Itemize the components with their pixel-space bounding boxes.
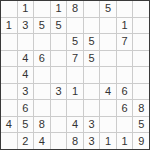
sudoku-cell-r3c2[interactable] bbox=[18, 34, 34, 50]
sudoku-cell-r7c3[interactable] bbox=[34, 100, 50, 116]
sudoku-cell-r1c5[interactable]: 8 bbox=[67, 1, 83, 17]
sudoku-cell-r2c9[interactable] bbox=[133, 18, 149, 34]
sudoku-cell-r7c9[interactable]: 8 bbox=[133, 100, 149, 116]
sudoku-cell-r7c1[interactable] bbox=[1, 100, 17, 116]
sudoku-cell-r1c4[interactable]: 1 bbox=[51, 1, 67, 17]
sudoku-cell-r3c5[interactable]: 5 bbox=[67, 34, 83, 50]
sudoku-cell-r4c7[interactable] bbox=[100, 51, 116, 67]
sudoku-cell-r4c6[interactable]: 5 bbox=[84, 51, 100, 67]
sudoku-cell-r5c3[interactable] bbox=[34, 67, 50, 83]
sudoku-cell-r9c2[interactable]: 2 bbox=[18, 133, 34, 149]
sudoku-cell-r9c8[interactable]: 1 bbox=[117, 133, 133, 149]
sudoku-cell-r6c9[interactable] bbox=[133, 84, 149, 100]
sudoku-cell-r8c8[interactable] bbox=[117, 117, 133, 133]
sudoku-cell-r3c8[interactable]: 7 bbox=[117, 34, 133, 50]
sudoku-cell-r9c9[interactable]: 9 bbox=[133, 133, 149, 149]
sudoku-cell-r6c6[interactable] bbox=[84, 84, 100, 100]
sudoku-cell-r9c7[interactable]: 1 bbox=[100, 133, 116, 149]
sudoku-cell-r1c3[interactable] bbox=[34, 1, 50, 17]
sudoku-cell-r5c6[interactable] bbox=[84, 67, 100, 83]
sudoku-cell-r1c8[interactable] bbox=[117, 1, 133, 17]
sudoku-cell-r8c9[interactable]: 5 bbox=[133, 117, 149, 133]
sudoku-cell-r4c4[interactable] bbox=[51, 51, 67, 67]
sudoku-cell-r5c7[interactable] bbox=[100, 67, 116, 83]
sudoku-cell-r4c3[interactable]: 6 bbox=[34, 51, 50, 67]
sudoku-cell-r8c4[interactable] bbox=[51, 117, 67, 133]
sudoku-cell-r5c1[interactable] bbox=[1, 67, 17, 83]
sudoku-cell-r5c9[interactable] bbox=[133, 67, 149, 83]
sudoku-cell-r8c7[interactable] bbox=[100, 117, 116, 133]
sudoku-cell-r8c2[interactable]: 5 bbox=[18, 117, 34, 133]
sudoku-cell-r1c9[interactable] bbox=[133, 1, 149, 17]
sudoku-cell-r3c7[interactable] bbox=[100, 34, 116, 50]
sudoku-cell-r4c9[interactable] bbox=[133, 51, 149, 67]
sudoku-cell-r2c6[interactable] bbox=[84, 18, 100, 34]
sudoku-cell-r9c4[interactable] bbox=[51, 133, 67, 149]
sudoku-cell-r1c7[interactable]: 5 bbox=[100, 1, 116, 17]
sudoku-cell-r9c3[interactable]: 4 bbox=[34, 133, 50, 149]
sudoku-cell-r2c2[interactable]: 3 bbox=[18, 18, 34, 34]
sudoku-cell-r2c4[interactable]: 5 bbox=[51, 18, 67, 34]
sudoku-cell-r9c5[interactable]: 8 bbox=[67, 133, 83, 149]
sudoku-cell-r6c5[interactable]: 1 bbox=[67, 84, 83, 100]
sudoku-cell-r5c4[interactable] bbox=[51, 67, 67, 83]
sudoku-cell-r4c8[interactable] bbox=[117, 51, 133, 67]
sudoku-cell-r7c4[interactable] bbox=[51, 100, 67, 116]
sudoku-cell-r6c2[interactable]: 3 bbox=[18, 84, 34, 100]
sudoku-cell-r5c8[interactable] bbox=[117, 67, 133, 83]
sudoku-cell-r4c1[interactable] bbox=[1, 51, 17, 67]
sudoku-cell-r3c9[interactable] bbox=[133, 34, 149, 50]
sudoku-cell-r1c1[interactable] bbox=[1, 1, 17, 17]
sudoku-cell-r3c4[interactable] bbox=[51, 34, 67, 50]
sudoku-cell-r6c4[interactable]: 3 bbox=[51, 84, 67, 100]
sudoku-cell-r2c1[interactable]: 1 bbox=[1, 18, 17, 34]
sudoku-cell-r2c7[interactable] bbox=[100, 18, 116, 34]
sudoku-cell-r9c6[interactable]: 3 bbox=[84, 133, 100, 149]
sudoku-cell-r2c8[interactable]: 1 bbox=[117, 18, 133, 34]
sudoku-cell-r1c2[interactable]: 1 bbox=[18, 1, 34, 17]
sudoku-cell-r8c5[interactable]: 4 bbox=[67, 117, 83, 133]
sudoku-cell-r4c2[interactable]: 4 bbox=[18, 51, 34, 67]
sudoku-cell-r8c3[interactable]: 8 bbox=[34, 117, 50, 133]
sudoku-cell-r7c5[interactable] bbox=[67, 100, 83, 116]
sudoku-cell-r6c8[interactable]: 6 bbox=[117, 84, 133, 100]
sudoku-cell-r2c5[interactable] bbox=[67, 18, 83, 34]
sudoku-cell-r4c5[interactable]: 7 bbox=[67, 51, 83, 67]
sudoku-cell-r7c2[interactable]: 6 bbox=[18, 100, 34, 116]
sudoku-cell-r8c1[interactable]: 4 bbox=[1, 117, 17, 133]
sudoku-cell-r9c1[interactable] bbox=[1, 133, 17, 149]
sudoku-cell-r6c1[interactable] bbox=[1, 84, 17, 100]
sudoku-cell-r3c3[interactable] bbox=[34, 34, 50, 50]
sudoku-cell-r3c6[interactable]: 5 bbox=[84, 34, 100, 50]
sudoku-cell-r5c5[interactable] bbox=[67, 67, 83, 83]
sudoku-cell-r2c3[interactable]: 5 bbox=[34, 18, 50, 34]
sudoku-cell-r6c7[interactable]: 4 bbox=[100, 84, 116, 100]
sudoku-cell-r6c3[interactable] bbox=[34, 84, 50, 100]
sudoku-cell-r7c6[interactable] bbox=[84, 100, 100, 116]
sudoku-board: 11851355155746754331466684584352483119 bbox=[0, 0, 150, 150]
sudoku-cell-r8c6[interactable]: 3 bbox=[84, 117, 100, 133]
sudoku-cell-r5c2[interactable]: 4 bbox=[18, 67, 34, 83]
sudoku-cell-r3c1[interactable] bbox=[1, 34, 17, 50]
sudoku-cell-r7c8[interactable]: 6 bbox=[117, 100, 133, 116]
sudoku-cell-r1c6[interactable] bbox=[84, 1, 100, 17]
sudoku-cell-r7c7[interactable] bbox=[100, 100, 116, 116]
